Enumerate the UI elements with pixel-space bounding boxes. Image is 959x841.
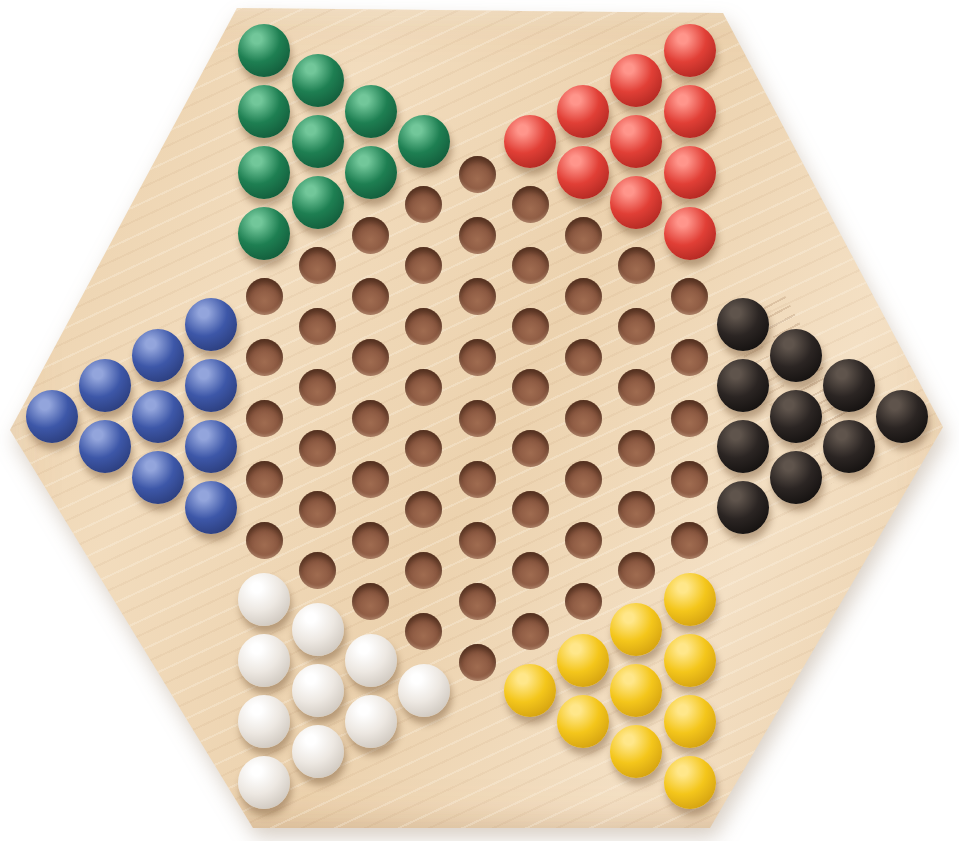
peg-green[interactable] xyxy=(345,85,397,138)
board-hole[interactable] xyxy=(512,430,549,467)
board-hole[interactable] xyxy=(352,278,389,315)
board-hole[interactable] xyxy=(459,278,496,315)
chinese-checkers-board xyxy=(0,0,959,841)
peg-red[interactable] xyxy=(557,85,609,138)
board-hole[interactable] xyxy=(246,278,283,315)
board-hole[interactable] xyxy=(299,308,336,345)
peg-black[interactable] xyxy=(717,298,769,351)
peg-green[interactable] xyxy=(238,24,290,77)
board-hole[interactable] xyxy=(512,186,549,223)
peg-red[interactable] xyxy=(664,207,716,260)
board-hole[interactable] xyxy=(459,400,496,437)
peg-white[interactable] xyxy=(238,756,290,809)
peg-white[interactable] xyxy=(292,725,344,778)
board-hole[interactable] xyxy=(405,308,442,345)
board-hole[interactable] xyxy=(618,491,655,528)
board-hole[interactable] xyxy=(352,583,389,620)
board-hole[interactable] xyxy=(459,339,496,376)
peg-white[interactable] xyxy=(238,634,290,687)
peg-yellow[interactable] xyxy=(504,664,556,717)
peg-white[interactable] xyxy=(292,603,344,656)
peg-green[interactable] xyxy=(292,115,344,168)
board-hole[interactable] xyxy=(246,339,283,376)
board-hole[interactable] xyxy=(618,308,655,345)
peg-blue[interactable] xyxy=(185,298,237,351)
board-shadow-wrap xyxy=(0,0,959,841)
peg-black[interactable] xyxy=(823,359,875,412)
peg-black[interactable] xyxy=(770,451,822,504)
board-hole[interactable] xyxy=(671,522,708,559)
board-hole[interactable] xyxy=(671,278,708,315)
board-hole[interactable] xyxy=(405,186,442,223)
board-hole[interactable] xyxy=(565,522,602,559)
board-hole[interactable] xyxy=(352,461,389,498)
board-hole[interactable] xyxy=(618,369,655,406)
peg-red[interactable] xyxy=(664,24,716,77)
peg-yellow[interactable] xyxy=(610,725,662,778)
board-hole[interactable] xyxy=(671,339,708,376)
board-hole[interactable] xyxy=(299,247,336,284)
board-hole[interactable] xyxy=(671,400,708,437)
board-hole[interactable] xyxy=(352,339,389,376)
peg-black[interactable] xyxy=(876,390,928,443)
peg-red[interactable] xyxy=(610,176,662,229)
board-hole[interactable] xyxy=(565,217,602,254)
board-hole[interactable] xyxy=(459,583,496,620)
peg-black[interactable] xyxy=(717,420,769,473)
peg-white[interactable] xyxy=(292,664,344,717)
peg-yellow[interactable] xyxy=(557,695,609,748)
board-hole[interactable] xyxy=(299,491,336,528)
peg-red[interactable] xyxy=(504,115,556,168)
board-hole[interactable] xyxy=(618,430,655,467)
board-hole[interactable] xyxy=(671,461,708,498)
board-hole[interactable] xyxy=(459,156,496,193)
board-hole[interactable] xyxy=(405,613,442,650)
board-hole[interactable] xyxy=(459,461,496,498)
board-hole[interactable] xyxy=(618,552,655,589)
peg-red[interactable] xyxy=(664,85,716,138)
peg-red[interactable] xyxy=(557,146,609,199)
board-hole[interactable] xyxy=(512,369,549,406)
board-hole[interactable] xyxy=(405,247,442,284)
board-hole[interactable] xyxy=(565,400,602,437)
peg-black[interactable] xyxy=(823,420,875,473)
peg-yellow[interactable] xyxy=(664,634,716,687)
board-hole[interactable] xyxy=(405,552,442,589)
peg-yellow[interactable] xyxy=(557,634,609,687)
peg-blue[interactable] xyxy=(26,390,78,443)
board-hole[interactable] xyxy=(512,491,549,528)
board-hole[interactable] xyxy=(565,339,602,376)
peg-white[interactable] xyxy=(238,573,290,626)
peg-black[interactable] xyxy=(717,359,769,412)
board-hole[interactable] xyxy=(299,369,336,406)
board-hole[interactable] xyxy=(299,552,336,589)
peg-green[interactable] xyxy=(292,54,344,107)
peg-green[interactable] xyxy=(398,115,450,168)
board-hole[interactable] xyxy=(246,522,283,559)
peg-green[interactable] xyxy=(238,85,290,138)
board-hole[interactable] xyxy=(246,461,283,498)
board-hole[interactable] xyxy=(405,491,442,528)
peg-black[interactable] xyxy=(717,481,769,534)
board-hole[interactable] xyxy=(352,522,389,559)
peg-blue[interactable] xyxy=(132,329,184,382)
peg-black[interactable] xyxy=(770,390,822,443)
board-hole[interactable] xyxy=(565,583,602,620)
peg-blue[interactable] xyxy=(185,420,237,473)
peg-white[interactable] xyxy=(345,634,397,687)
peg-green[interactable] xyxy=(292,176,344,229)
peg-white[interactable] xyxy=(398,664,450,717)
peg-green[interactable] xyxy=(345,146,397,199)
peg-red[interactable] xyxy=(610,115,662,168)
board-hole[interactable] xyxy=(459,217,496,254)
peg-blue[interactable] xyxy=(79,420,131,473)
board-hole[interactable] xyxy=(565,278,602,315)
peg-yellow[interactable] xyxy=(664,573,716,626)
board-hole[interactable] xyxy=(459,522,496,559)
peg-black[interactable] xyxy=(770,329,822,382)
peg-red[interactable] xyxy=(664,146,716,199)
peg-blue[interactable] xyxy=(132,451,184,504)
peg-yellow[interactable] xyxy=(664,756,716,809)
board-hole[interactable] xyxy=(246,400,283,437)
peg-green[interactable] xyxy=(238,146,290,199)
board-hole[interactable] xyxy=(405,369,442,406)
board-hole[interactable] xyxy=(512,613,549,650)
peg-blue[interactable] xyxy=(185,481,237,534)
peg-blue[interactable] xyxy=(79,359,131,412)
board-hole[interactable] xyxy=(565,461,602,498)
peg-blue[interactable] xyxy=(185,359,237,412)
board-hole[interactable] xyxy=(512,308,549,345)
board-hole[interactable] xyxy=(459,644,496,681)
board-hole[interactable] xyxy=(618,247,655,284)
peg-yellow[interactable] xyxy=(610,603,662,656)
peg-white[interactable] xyxy=(238,695,290,748)
peg-yellow[interactable] xyxy=(664,695,716,748)
peg-white[interactable] xyxy=(345,695,397,748)
peg-yellow[interactable] xyxy=(610,664,662,717)
board-hole[interactable] xyxy=(405,430,442,467)
photo-canvas xyxy=(0,0,959,841)
board-hole[interactable] xyxy=(512,552,549,589)
board-hole[interactable] xyxy=(352,400,389,437)
peg-red[interactable] xyxy=(610,54,662,107)
board-hole[interactable] xyxy=(299,430,336,467)
peg-blue[interactable] xyxy=(132,390,184,443)
board-hole[interactable] xyxy=(352,217,389,254)
peg-green[interactable] xyxy=(238,207,290,260)
board-hole[interactable] xyxy=(512,247,549,284)
